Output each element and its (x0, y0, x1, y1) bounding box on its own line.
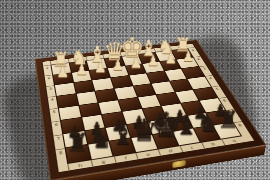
white-pawn-piece[interactable]: ♟ (75, 63, 88, 77)
square[interactable]: ♞ (88, 142, 113, 160)
carpet-background: hgfedcba hgfedcba 12345678 12345678 ♜♞♝♛… (0, 0, 270, 180)
white-pawn-piece[interactable]: ♟ (130, 57, 142, 71)
black-rook-piece[interactable]: ♜ (217, 108, 239, 132)
black-bishop-piece[interactable]: ♝ (110, 121, 135, 148)
white-pawn-piece[interactable]: ♟ (165, 52, 177, 66)
white-pawn-piece[interactable]: ♟ (147, 54, 159, 68)
black-knight-piece[interactable]: ♞ (89, 127, 112, 152)
white-pawn-piece[interactable]: ♟ (94, 61, 107, 75)
scene: hgfedcba hgfedcba 12345678 12345678 ♜♞♝♛… (0, 0, 270, 180)
white-pawn-piece[interactable]: ♟ (182, 50, 194, 64)
square[interactable] (96, 89, 118, 102)
white-pawn-piece[interactable]: ♟ (112, 59, 125, 73)
square[interactable]: ♟ (72, 70, 92, 82)
black-knight-piece[interactable]: ♞ (197, 111, 219, 135)
black-rook-piece[interactable]: ♜ (67, 130, 90, 156)
brass-latch-icon (172, 160, 186, 168)
square[interactable] (76, 91, 97, 104)
chess-board: hgfedcba hgfedcba 12345678 12345678 ♜♞♝♛… (35, 40, 266, 180)
square[interactable]: ♝ (110, 138, 135, 155)
square[interactable] (175, 90, 198, 103)
square[interactable]: ♟ (53, 73, 73, 85)
square[interactable] (93, 78, 114, 90)
white-pawn-piece[interactable]: ♟ (57, 66, 70, 80)
